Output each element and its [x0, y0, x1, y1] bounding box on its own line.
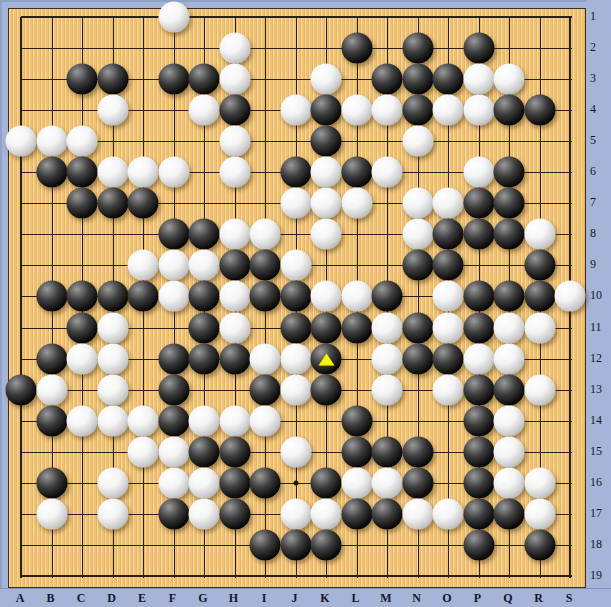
- stone-white-C14[interactable]: [67, 405, 98, 436]
- stone-white-F1[interactable]: [158, 2, 189, 33]
- row-label-7: 7: [590, 195, 610, 210]
- stone-black-H15[interactable]: [219, 436, 250, 467]
- stone-white-M6[interactable]: [372, 157, 403, 188]
- stone-white-G14[interactable]: [189, 405, 220, 436]
- stone-black-L2[interactable]: [341, 33, 372, 64]
- col-label-F: F: [169, 591, 176, 605]
- stone-white-O7[interactable]: [433, 188, 464, 219]
- stone-black-F13[interactable]: [158, 374, 189, 405]
- row-label-4: 4: [590, 102, 610, 117]
- stone-white-I12[interactable]: [250, 343, 281, 374]
- column-coordinate-band: [0, 588, 611, 607]
- stone-black-B14[interactable]: [36, 405, 67, 436]
- star-point-J16: [293, 480, 298, 485]
- stone-black-P13[interactable]: [463, 374, 494, 405]
- stone-white-B17[interactable]: [36, 498, 67, 529]
- row-label-13: 13: [590, 381, 610, 396]
- row-label-11: 11: [590, 319, 610, 334]
- stone-white-R13[interactable]: [524, 374, 555, 405]
- stone-white-D11[interactable]: [97, 312, 128, 343]
- triangle-marker: [318, 354, 334, 366]
- stone-white-K7[interactable]: [311, 188, 342, 219]
- stone-black-L15[interactable]: [341, 436, 372, 467]
- stone-black-M15[interactable]: [372, 436, 403, 467]
- stone-black-F3[interactable]: [158, 64, 189, 95]
- stone-white-J9[interactable]: [280, 250, 311, 281]
- goban[interactable]: [8, 8, 586, 588]
- stone-black-G10[interactable]: [189, 281, 220, 312]
- stone-black-Q7[interactable]: [494, 188, 525, 219]
- stone-black-B6[interactable]: [36, 157, 67, 188]
- stone-black-O12[interactable]: [433, 343, 464, 374]
- stone-white-L10[interactable]: [341, 281, 372, 312]
- stone-black-L17[interactable]: [341, 498, 372, 529]
- stone-white-R11[interactable]: [524, 312, 555, 343]
- col-label-B: B: [46, 591, 54, 605]
- stone-black-G11[interactable]: [189, 312, 220, 343]
- stone-black-P8[interactable]: [463, 219, 494, 250]
- grid-line-horizontal: [21, 16, 572, 18]
- stone-black-F8[interactable]: [158, 219, 189, 250]
- stone-white-R8[interactable]: [524, 219, 555, 250]
- stone-white-K8[interactable]: [311, 219, 342, 250]
- stone-black-E7[interactable]: [128, 188, 159, 219]
- stone-white-G9[interactable]: [189, 250, 220, 281]
- stone-black-C6[interactable]: [67, 157, 98, 188]
- stone-white-F16[interactable]: [158, 467, 189, 498]
- row-label-8: 8: [590, 226, 610, 241]
- stone-white-Q3[interactable]: [494, 64, 525, 95]
- stone-black-E10[interactable]: [128, 281, 159, 312]
- stone-white-A5[interactable]: [6, 126, 37, 157]
- stone-black-K11[interactable]: [311, 312, 342, 343]
- stone-black-O8[interactable]: [433, 219, 464, 250]
- stone-black-Q13[interactable]: [494, 374, 525, 405]
- stone-black-Q8[interactable]: [494, 219, 525, 250]
- stone-black-I13[interactable]: [250, 374, 281, 405]
- stone-white-I8[interactable]: [250, 219, 281, 250]
- stone-black-P18[interactable]: [463, 529, 494, 560]
- stone-black-C10[interactable]: [67, 281, 98, 312]
- stone-white-J15[interactable]: [280, 436, 311, 467]
- stone-black-P14[interactable]: [463, 405, 494, 436]
- stone-white-E14[interactable]: [128, 405, 159, 436]
- stone-white-B5[interactable]: [36, 126, 67, 157]
- stone-white-I14[interactable]: [250, 405, 281, 436]
- stone-white-H5[interactable]: [219, 126, 250, 157]
- stone-black-N12[interactable]: [402, 343, 433, 374]
- stone-white-N17[interactable]: [402, 498, 433, 529]
- stone-white-P3[interactable]: [463, 64, 494, 95]
- stone-white-D17[interactable]: [97, 498, 128, 529]
- stone-black-D10[interactable]: [97, 281, 128, 312]
- row-label-10: 10: [590, 288, 610, 303]
- stone-white-O4[interactable]: [433, 95, 464, 126]
- stone-black-J10[interactable]: [280, 281, 311, 312]
- stone-black-D7[interactable]: [97, 188, 128, 219]
- row-label-16: 16: [590, 474, 610, 489]
- stone-black-J18[interactable]: [280, 529, 311, 560]
- stone-black-Q6[interactable]: [494, 157, 525, 188]
- stone-white-K6[interactable]: [311, 157, 342, 188]
- stone-black-O3[interactable]: [433, 64, 464, 95]
- stone-white-F10[interactable]: [158, 281, 189, 312]
- stone-white-K3[interactable]: [311, 64, 342, 95]
- stone-black-K18[interactable]: [311, 529, 342, 560]
- stone-black-C3[interactable]: [67, 64, 98, 95]
- stone-black-J11[interactable]: [280, 312, 311, 343]
- stone-black-P10[interactable]: [463, 281, 494, 312]
- stone-black-B16[interactable]: [36, 467, 67, 498]
- stone-white-L16[interactable]: [341, 467, 372, 498]
- col-label-L: L: [351, 591, 359, 605]
- col-label-E: E: [138, 591, 146, 605]
- stone-white-H14[interactable]: [219, 405, 250, 436]
- stone-white-M4[interactable]: [372, 95, 403, 126]
- stone-black-P11[interactable]: [463, 312, 494, 343]
- stone-white-E9[interactable]: [128, 250, 159, 281]
- stone-black-M3[interactable]: [372, 64, 403, 95]
- stone-black-H12[interactable]: [219, 343, 250, 374]
- col-label-A: A: [16, 591, 25, 605]
- col-label-I: I: [262, 591, 267, 605]
- stone-white-O11[interactable]: [433, 312, 464, 343]
- stone-white-D13[interactable]: [97, 374, 128, 405]
- col-label-D: D: [107, 591, 116, 605]
- stone-white-C12[interactable]: [67, 343, 98, 374]
- stone-black-D3[interactable]: [97, 64, 128, 95]
- stone-white-L7[interactable]: [341, 188, 372, 219]
- grid-line-horizontal: [21, 141, 572, 142]
- stone-white-N8[interactable]: [402, 219, 433, 250]
- col-label-Q: Q: [503, 591, 512, 605]
- row-label-15: 15: [590, 443, 610, 458]
- stone-black-N9[interactable]: [402, 250, 433, 281]
- col-label-G: G: [198, 591, 207, 605]
- stone-white-J12[interactable]: [280, 343, 311, 374]
- stone-white-M16[interactable]: [372, 467, 403, 498]
- stone-black-G8[interactable]: [189, 219, 220, 250]
- row-label-17: 17: [590, 505, 610, 520]
- stone-white-F9[interactable]: [158, 250, 189, 281]
- stone-black-I9[interactable]: [250, 250, 281, 281]
- stone-white-Q15[interactable]: [494, 436, 525, 467]
- stone-black-K5[interactable]: [311, 126, 342, 157]
- stone-white-D4[interactable]: [97, 95, 128, 126]
- stone-white-C5[interactable]: [67, 126, 98, 157]
- stone-white-L4[interactable]: [341, 95, 372, 126]
- row-label-1: 1: [590, 9, 610, 24]
- col-label-P: P: [474, 591, 481, 605]
- stone-black-R18[interactable]: [524, 529, 555, 560]
- row-label-6: 6: [590, 164, 610, 179]
- stone-black-N11[interactable]: [402, 312, 433, 343]
- row-label-19: 19: [590, 567, 610, 582]
- stone-white-B13[interactable]: [36, 374, 67, 405]
- col-label-C: C: [77, 591, 86, 605]
- stone-black-H4[interactable]: [219, 95, 250, 126]
- stone-white-K17[interactable]: [311, 498, 342, 529]
- stone-black-N3[interactable]: [402, 64, 433, 95]
- stone-black-M10[interactable]: [372, 281, 403, 312]
- stone-white-H2[interactable]: [219, 33, 250, 64]
- stone-black-K16[interactable]: [311, 467, 342, 498]
- col-label-M: M: [380, 591, 391, 605]
- stone-black-M17[interactable]: [372, 498, 403, 529]
- stone-black-R9[interactable]: [524, 250, 555, 281]
- stone-black-B12[interactable]: [36, 343, 67, 374]
- stone-black-H17[interactable]: [219, 498, 250, 529]
- stone-black-Q10[interactable]: [494, 281, 525, 312]
- stone-black-G15[interactable]: [189, 436, 220, 467]
- stone-white-E15[interactable]: [128, 436, 159, 467]
- stone-black-P7[interactable]: [463, 188, 494, 219]
- stone-white-F15[interactable]: [158, 436, 189, 467]
- stone-black-P16[interactable]: [463, 467, 494, 498]
- stone-black-O9[interactable]: [433, 250, 464, 281]
- stone-white-M11[interactable]: [372, 312, 403, 343]
- stone-white-P6[interactable]: [463, 157, 494, 188]
- stone-black-K13[interactable]: [311, 374, 342, 405]
- row-label-14: 14: [590, 412, 610, 427]
- stone-white-Q14[interactable]: [494, 405, 525, 436]
- stone-black-P17[interactable]: [463, 498, 494, 529]
- stone-black-K4[interactable]: [311, 95, 342, 126]
- col-label-S: S: [566, 591, 573, 605]
- stone-black-N4[interactable]: [402, 95, 433, 126]
- stone-black-I18[interactable]: [250, 529, 281, 560]
- stone-black-I10[interactable]: [250, 281, 281, 312]
- stone-black-H9[interactable]: [219, 250, 250, 281]
- col-label-J: J: [292, 591, 298, 605]
- stone-black-H16[interactable]: [219, 467, 250, 498]
- stone-black-G3[interactable]: [189, 64, 220, 95]
- stone-black-B10[interactable]: [36, 281, 67, 312]
- stone-black-C7[interactable]: [67, 188, 98, 219]
- stone-white-Q16[interactable]: [494, 467, 525, 498]
- stone-white-O13[interactable]: [433, 374, 464, 405]
- stone-white-H3[interactable]: [219, 64, 250, 95]
- col-label-R: R: [534, 591, 543, 605]
- grid-line-vertical: [20, 17, 22, 578]
- stone-white-J17[interactable]: [280, 498, 311, 529]
- stone-white-G17[interactable]: [189, 498, 220, 529]
- row-label-9: 9: [590, 257, 610, 272]
- stone-white-D16[interactable]: [97, 467, 128, 498]
- stone-white-P4[interactable]: [463, 95, 494, 126]
- stone-white-N5[interactable]: [402, 126, 433, 157]
- stone-white-H6[interactable]: [219, 157, 250, 188]
- stone-white-P12[interactable]: [463, 343, 494, 374]
- stone-white-D6[interactable]: [97, 157, 128, 188]
- stone-white-R17[interactable]: [524, 498, 555, 529]
- stone-black-L14[interactable]: [341, 405, 372, 436]
- stone-white-N7[interactable]: [402, 188, 433, 219]
- stone-black-L6[interactable]: [341, 157, 372, 188]
- stone-white-J13[interactable]: [280, 374, 311, 405]
- col-label-H: H: [229, 591, 238, 605]
- stone-white-O17[interactable]: [433, 498, 464, 529]
- stone-white-J4[interactable]: [280, 95, 311, 126]
- stone-black-N2[interactable]: [402, 33, 433, 64]
- stone-white-H8[interactable]: [219, 219, 250, 250]
- stone-black-G12[interactable]: [189, 343, 220, 374]
- stone-black-R4[interactable]: [524, 95, 555, 126]
- stone-white-S10[interactable]: [555, 281, 586, 312]
- stone-black-F12[interactable]: [158, 343, 189, 374]
- stone-black-P15[interactable]: [463, 436, 494, 467]
- stone-black-N16[interactable]: [402, 467, 433, 498]
- row-label-3: 3: [590, 71, 610, 86]
- stone-white-K10[interactable]: [311, 281, 342, 312]
- stone-black-J6[interactable]: [280, 157, 311, 188]
- stone-black-F17[interactable]: [158, 498, 189, 529]
- stone-white-H10[interactable]: [219, 281, 250, 312]
- stone-black-Q17[interactable]: [494, 498, 525, 529]
- stone-white-Q11[interactable]: [494, 312, 525, 343]
- stone-black-Q4[interactable]: [494, 95, 525, 126]
- stone-black-C11[interactable]: [67, 312, 98, 343]
- stone-black-L11[interactable]: [341, 312, 372, 343]
- stone-white-H11[interactable]: [219, 312, 250, 343]
- row-label-12: 12: [590, 350, 610, 365]
- stone-white-Q12[interactable]: [494, 343, 525, 374]
- stone-black-R10[interactable]: [524, 281, 555, 312]
- stone-white-F6[interactable]: [158, 157, 189, 188]
- row-label-2: 2: [590, 40, 610, 55]
- stone-white-M13[interactable]: [372, 374, 403, 405]
- stone-black-I16[interactable]: [250, 467, 281, 498]
- stone-white-G16[interactable]: [189, 467, 220, 498]
- stone-white-G4[interactable]: [189, 95, 220, 126]
- stone-white-R16[interactable]: [524, 467, 555, 498]
- stone-black-F14[interactable]: [158, 405, 189, 436]
- stone-white-E6[interactable]: [128, 157, 159, 188]
- col-label-N: N: [412, 591, 421, 605]
- row-label-18: 18: [590, 536, 610, 551]
- stone-white-M12[interactable]: [372, 343, 403, 374]
- stone-white-D12[interactable]: [97, 343, 128, 374]
- stone-black-N15[interactable]: [402, 436, 433, 467]
- col-label-K: K: [320, 591, 329, 605]
- grid-line-horizontal: [21, 575, 572, 577]
- stone-black-K12[interactable]: [311, 343, 342, 374]
- col-label-O: O: [442, 591, 451, 605]
- stone-white-O10[interactable]: [433, 281, 464, 312]
- stone-white-J7[interactable]: [280, 188, 311, 219]
- stone-white-D14[interactable]: [97, 405, 128, 436]
- row-label-5: 5: [590, 133, 610, 148]
- stone-black-P2[interactable]: [463, 33, 494, 64]
- stone-black-A13[interactable]: [6, 374, 37, 405]
